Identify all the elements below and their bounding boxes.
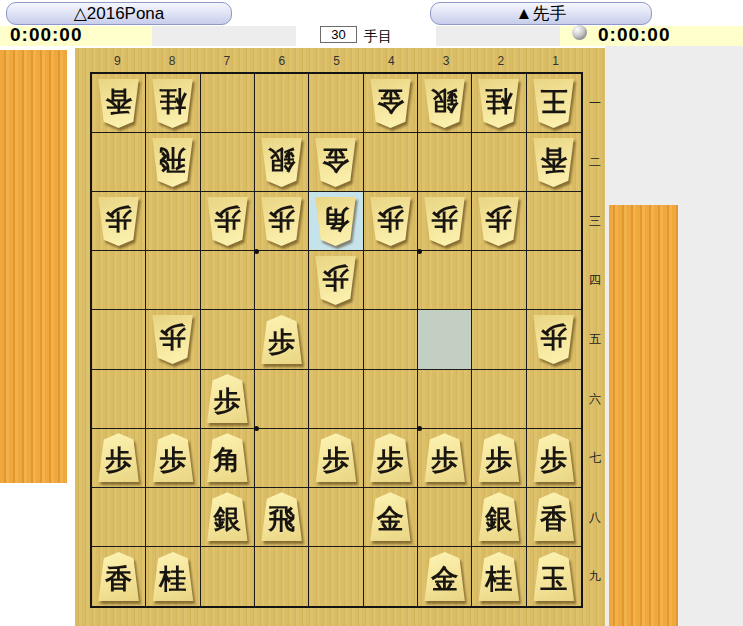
piece-shadow: 銀 <box>422 79 467 128</box>
square-1-3[interactable] <box>527 192 581 251</box>
square-3-1[interactable]: 銀 <box>418 74 472 133</box>
piece-shadow: 香 <box>96 552 141 601</box>
square-6-9[interactable] <box>255 547 309 606</box>
file-label-5: 5 <box>309 54 364 68</box>
square-6-8[interactable]: 飛 <box>255 488 309 547</box>
square-7-4[interactable] <box>201 251 255 310</box>
gote-piece-5-2[interactable]: 金 <box>313 138 358 187</box>
piece-shadow: 歩 <box>368 197 413 246</box>
square-3-6[interactable] <box>418 370 472 429</box>
gote-piece-8-2[interactable]: 飛 <box>150 138 195 187</box>
square-4-2[interactable] <box>364 133 418 192</box>
square-5-2[interactable]: 金 <box>309 133 363 192</box>
sente-piece-6-8[interactable]: 飛 <box>259 492 304 541</box>
sente-clock: 0:00:00 <box>598 24 671 46</box>
square-4-5[interactable] <box>364 310 418 369</box>
gote-piece-3-3[interactable]: 歩 <box>422 197 467 246</box>
square-7-3[interactable]: 歩 <box>201 192 255 251</box>
gote-piece-8-5[interactable]: 歩 <box>150 315 195 364</box>
gote-piece-3-1[interactable]: 銀 <box>422 79 467 128</box>
square-3-7[interactable]: 歩 <box>418 429 472 488</box>
square-6-1[interactable] <box>255 74 309 133</box>
gote-piece-7-3[interactable]: 歩 <box>205 197 250 246</box>
square-1-7[interactable]: 歩 <box>527 429 581 488</box>
sente-piece-2-8[interactable]: 銀 <box>476 492 521 541</box>
square-3-5[interactable] <box>418 310 472 369</box>
gote-piece-1-5[interactable]: 歩 <box>531 315 576 364</box>
square-1-6[interactable] <box>527 370 581 429</box>
piece-shadow: 歩 <box>531 315 576 364</box>
piece-shadow: 歩 <box>422 433 467 482</box>
sente-piece-8-7[interactable]: 歩 <box>150 433 195 482</box>
piece-shadow: 歩 <box>313 256 358 305</box>
sente-piece-6-5[interactable]: 歩 <box>259 315 304 364</box>
sente-piece-1-7[interactable]: 歩 <box>531 433 576 482</box>
gote-clock: 0:00:00 <box>10 24 83 46</box>
square-6-7[interactable] <box>255 429 309 488</box>
rank-label-7: 七 <box>587 429 603 488</box>
piece-shadow: 桂 <box>150 79 195 128</box>
sente-piece-7-7[interactable]: 角 <box>205 433 250 482</box>
square-5-8[interactable] <box>309 488 363 547</box>
gote-piece-5-3[interactable]: 角 <box>313 197 358 246</box>
piece-shadow: 歩 <box>205 197 250 246</box>
sente-piece-9-7[interactable]: 歩 <box>96 433 141 482</box>
piece-shadow: 香 <box>531 492 576 541</box>
piece-shadow: 王 <box>531 79 576 128</box>
square-4-9[interactable] <box>364 547 418 606</box>
square-4-6[interactable] <box>364 370 418 429</box>
piece-shadow: 歩 <box>422 197 467 246</box>
square-8-3[interactable] <box>146 192 200 251</box>
square-2-6[interactable] <box>472 370 526 429</box>
square-5-6[interactable] <box>309 370 363 429</box>
piece-shadow: 角 <box>205 433 250 482</box>
square-7-8[interactable]: 銀 <box>201 488 255 547</box>
sente-komadai <box>609 205 678 626</box>
sente-piece-2-7[interactable]: 歩 <box>476 433 521 482</box>
square-8-2[interactable]: 飛 <box>146 133 200 192</box>
square-6-5[interactable]: 歩 <box>255 310 309 369</box>
piece-shadow: 飛 <box>259 492 304 541</box>
square-2-4[interactable] <box>472 251 526 310</box>
gote-piece-5-4[interactable]: 歩 <box>313 256 358 305</box>
move-number-input[interactable]: 30 <box>320 26 357 43</box>
piece-shadow: 金 <box>313 138 358 187</box>
file-label-8: 8 <box>145 54 200 68</box>
sente-piece-3-7[interactable]: 歩 <box>422 433 467 482</box>
square-2-7[interactable]: 歩 <box>472 429 526 488</box>
piece-shadow: 角 <box>313 197 358 246</box>
piece-shadow: 桂 <box>476 552 521 601</box>
file-label-4: 4 <box>364 54 419 68</box>
file-label-9: 9 <box>90 54 145 68</box>
gote-piece-1-2[interactable]: 香 <box>531 138 576 187</box>
square-8-1[interactable]: 桂 <box>146 74 200 133</box>
piece-shadow: 金 <box>368 492 413 541</box>
square-7-6[interactable]: 歩 <box>201 370 255 429</box>
square-2-8[interactable]: 銀 <box>472 488 526 547</box>
square-4-3[interactable]: 歩 <box>364 192 418 251</box>
square-7-7[interactable]: 角 <box>201 429 255 488</box>
square-8-4[interactable] <box>146 251 200 310</box>
file-label-1: 1 <box>528 54 583 68</box>
sente-piece-7-6[interactable]: 歩 <box>205 374 250 423</box>
square-9-8[interactable] <box>92 488 146 547</box>
square-8-6[interactable] <box>146 370 200 429</box>
square-8-8[interactable] <box>146 488 200 547</box>
file-label-6: 6 <box>254 54 309 68</box>
gote-piece-6-2[interactable]: 銀 <box>259 138 304 187</box>
square-5-7[interactable]: 歩 <box>309 429 363 488</box>
square-3-8[interactable] <box>418 488 472 547</box>
piece-shadow: 歩 <box>150 315 195 364</box>
square-9-5[interactable] <box>92 310 146 369</box>
piece-shadow: 香 <box>96 79 141 128</box>
piece-shadow: 銀 <box>259 138 304 187</box>
gote-piece-1-1[interactable]: 王 <box>531 79 576 128</box>
sente-piece-2-9[interactable]: 桂 <box>476 552 521 601</box>
rank-label-6: 六 <box>587 370 603 429</box>
piece-shadow: 金 <box>368 79 413 128</box>
piece-shadow: 歩 <box>476 433 521 482</box>
gote-piece-9-1[interactable]: 香 <box>96 79 141 128</box>
square-8-7[interactable]: 歩 <box>146 429 200 488</box>
star-point <box>254 426 259 431</box>
square-9-9[interactable]: 香 <box>92 547 146 606</box>
square-1-8[interactable]: 香 <box>527 488 581 547</box>
piece-shadow: 銀 <box>476 492 521 541</box>
piece-shadow: 歩 <box>531 433 576 482</box>
piece-shadow: 歩 <box>259 315 304 364</box>
file-label-2: 2 <box>473 54 528 68</box>
gote-piece-9-3[interactable]: 歩 <box>96 197 141 246</box>
square-8-9[interactable]: 桂 <box>146 547 200 606</box>
square-5-4[interactable]: 歩 <box>309 251 363 310</box>
square-2-9[interactable]: 桂 <box>472 547 526 606</box>
gote-piece-4-1[interactable]: 金 <box>368 79 413 128</box>
board-grid: 香桂金銀桂王飛銀金香歩歩歩角歩歩歩歩歩歩歩歩歩歩角歩歩歩歩歩銀飛金銀香香桂金桂玉 <box>90 72 583 608</box>
square-9-6[interactable] <box>92 370 146 429</box>
square-5-1[interactable] <box>309 74 363 133</box>
square-1-4[interactable] <box>527 251 581 310</box>
square-6-2[interactable]: 銀 <box>255 133 309 192</box>
piece-shadow: 金 <box>422 552 467 601</box>
square-6-4[interactable] <box>255 251 309 310</box>
square-1-5[interactable]: 歩 <box>527 310 581 369</box>
turn-indicator-ball <box>572 25 587 40</box>
square-3-2[interactable] <box>418 133 472 192</box>
square-4-4[interactable] <box>364 251 418 310</box>
square-2-2[interactable] <box>472 133 526 192</box>
piece-shadow: 飛 <box>150 138 195 187</box>
square-1-2[interactable]: 香 <box>527 133 581 192</box>
square-9-7[interactable]: 歩 <box>92 429 146 488</box>
square-2-3[interactable]: 歩 <box>472 192 526 251</box>
square-4-7[interactable]: 歩 <box>364 429 418 488</box>
sente-piece-7-8[interactable]: 銀 <box>205 492 250 541</box>
rank-label-2: 二 <box>587 133 603 192</box>
square-2-5[interactable] <box>472 310 526 369</box>
shogi-board: 987654321 一二三四五六七八九 香桂金銀桂王飛銀金香歩歩歩角歩歩歩歩歩歩… <box>75 48 605 626</box>
sente-player-button[interactable]: ▲先手 <box>430 2 652 25</box>
file-labels: 987654321 <box>90 54 583 68</box>
rank-label-1: 一 <box>587 74 603 133</box>
file-label-3: 3 <box>419 54 474 68</box>
square-7-2[interactable] <box>201 133 255 192</box>
square-3-4[interactable] <box>418 251 472 310</box>
move-number-label: 手目 <box>364 28 392 46</box>
gote-piece-6-3[interactable]: 歩 <box>259 197 304 246</box>
piece-shadow: 歩 <box>259 197 304 246</box>
square-4-8[interactable]: 金 <box>364 488 418 547</box>
piece-shadow: 歩 <box>368 433 413 482</box>
piece-shadow: 玉 <box>531 552 576 601</box>
piece-shadow: 歩 <box>96 197 141 246</box>
square-9-1[interactable]: 香 <box>92 74 146 133</box>
piece-shadow: 歩 <box>96 433 141 482</box>
sente-piece-3-9[interactable]: 金 <box>422 552 467 601</box>
square-8-5[interactable]: 歩 <box>146 310 200 369</box>
star-point <box>254 249 259 254</box>
sente-piece-1-8[interactable]: 香 <box>531 492 576 541</box>
square-5-3[interactable]: 角 <box>309 192 363 251</box>
piece-shadow: 歩 <box>205 374 250 423</box>
square-9-3[interactable]: 歩 <box>92 192 146 251</box>
rank-label-9: 九 <box>587 547 603 606</box>
square-3-3[interactable]: 歩 <box>418 192 472 251</box>
square-5-5[interactable] <box>309 310 363 369</box>
rank-label-5: 五 <box>587 310 603 369</box>
gote-piece-2-1[interactable]: 桂 <box>476 79 521 128</box>
sente-piece-4-7[interactable]: 歩 <box>368 433 413 482</box>
sente-piece-5-7[interactable]: 歩 <box>313 433 358 482</box>
square-6-3[interactable]: 歩 <box>255 192 309 251</box>
square-4-1[interactable]: 金 <box>364 74 418 133</box>
sente-piece-1-9[interactable]: 玉 <box>531 552 576 601</box>
square-9-4[interactable] <box>92 251 146 310</box>
gote-piece-8-1[interactable]: 桂 <box>150 79 195 128</box>
sente-piece-8-9[interactable]: 桂 <box>150 552 195 601</box>
piece-shadow: 歩 <box>150 433 195 482</box>
square-7-5[interactable] <box>201 310 255 369</box>
piece-shadow: 歩 <box>313 433 358 482</box>
piece-shadow: 歩 <box>476 197 521 246</box>
rank-labels: 一二三四五六七八九 <box>587 74 603 606</box>
gote-piece-2-3[interactable]: 歩 <box>476 197 521 246</box>
gote-piece-4-3[interactable]: 歩 <box>368 197 413 246</box>
rank-label-4: 四 <box>587 251 603 310</box>
square-3-9[interactable]: 金 <box>418 547 472 606</box>
square-1-1[interactable]: 王 <box>527 74 581 133</box>
rank-label-3: 三 <box>587 192 603 251</box>
piece-shadow: 香 <box>531 138 576 187</box>
piece-shadow: 桂 <box>476 79 521 128</box>
piece-shadow: 桂 <box>150 552 195 601</box>
square-6-6[interactable] <box>255 370 309 429</box>
sente-piece-4-8[interactable]: 金 <box>368 492 413 541</box>
gote-komadai <box>0 50 67 483</box>
square-1-9[interactable]: 玉 <box>527 547 581 606</box>
square-7-1[interactable] <box>201 74 255 133</box>
star-point <box>417 426 422 431</box>
rank-label-8: 八 <box>587 488 603 547</box>
star-point <box>417 249 422 254</box>
file-label-7: 7 <box>200 54 255 68</box>
piece-shadow: 銀 <box>205 492 250 541</box>
sente-piece-9-9[interactable]: 香 <box>96 552 141 601</box>
square-5-9[interactable] <box>309 547 363 606</box>
square-9-2[interactable] <box>92 133 146 192</box>
square-7-9[interactable] <box>201 547 255 606</box>
gote-player-button[interactable]: △2016Pona <box>6 2 232 25</box>
square-2-1[interactable]: 桂 <box>472 74 526 133</box>
